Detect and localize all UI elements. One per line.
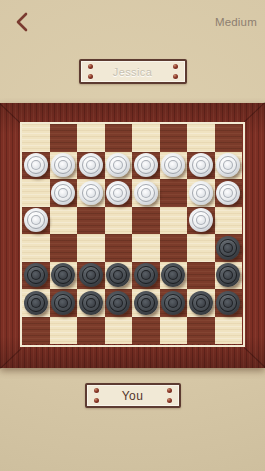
square-c1[interactable] [77, 317, 105, 345]
square-a1[interactable] [22, 317, 50, 345]
white-piece[interactable] [79, 153, 103, 177]
white-piece[interactable] [216, 181, 240, 205]
square-c6[interactable] [77, 179, 105, 207]
square-h5[interactable] [215, 207, 243, 235]
black-piece[interactable] [51, 291, 75, 315]
rivet-icon [94, 398, 99, 403]
square-a4[interactable] [22, 234, 50, 262]
square-e2[interactable] [132, 289, 160, 317]
black-piece[interactable] [216, 263, 240, 287]
square-c3[interactable] [77, 262, 105, 290]
square-c2[interactable] [77, 289, 105, 317]
black-piece[interactable] [24, 263, 48, 287]
square-d7[interactable] [105, 152, 133, 180]
chevron-left-icon [16, 12, 28, 32]
white-piece[interactable] [79, 181, 103, 205]
square-f3[interactable] [160, 262, 188, 290]
square-g6[interactable] [187, 179, 215, 207]
board-play-area [20, 122, 245, 347]
white-piece[interactable] [134, 181, 158, 205]
white-piece[interactable] [24, 153, 48, 177]
black-piece[interactable] [79, 291, 103, 315]
white-piece[interactable] [189, 153, 213, 177]
square-g2[interactable] [187, 289, 215, 317]
square-e6[interactable] [132, 179, 160, 207]
square-c7[interactable] [77, 152, 105, 180]
rivet-icon [167, 398, 172, 403]
square-d2[interactable] [105, 289, 133, 317]
black-piece[interactable] [189, 291, 213, 315]
black-piece[interactable] [24, 291, 48, 315]
square-h1[interactable] [215, 317, 243, 345]
square-b6[interactable] [50, 179, 78, 207]
white-piece[interactable] [161, 153, 185, 177]
square-e5[interactable] [132, 207, 160, 235]
square-b3[interactable] [50, 262, 78, 290]
frame-miter-seam [0, 103, 21, 124]
square-h8[interactable] [215, 124, 243, 152]
square-d4[interactable] [105, 234, 133, 262]
white-piece[interactable] [24, 208, 48, 232]
square-e7[interactable] [132, 152, 160, 180]
board [0, 103, 265, 368]
opponent-nameplate: Jessica [79, 59, 187, 84]
square-b2[interactable] [50, 289, 78, 317]
rivet-icon [167, 388, 172, 393]
black-piece[interactable] [51, 263, 75, 287]
square-h6[interactable] [215, 179, 243, 207]
square-a2[interactable] [22, 289, 50, 317]
opponent-name: Jessica [113, 66, 152, 78]
square-d6[interactable] [105, 179, 133, 207]
user-nameplate: You [85, 383, 181, 408]
square-g4[interactable] [187, 234, 215, 262]
white-piece[interactable] [216, 153, 240, 177]
square-f2[interactable] [160, 289, 188, 317]
square-h3[interactable] [215, 262, 243, 290]
rivet-icon [173, 64, 178, 69]
square-f5[interactable] [160, 207, 188, 235]
square-a6[interactable] [22, 179, 50, 207]
black-piece[interactable] [216, 291, 240, 315]
header: Medium [0, 0, 265, 40]
black-piece[interactable] [79, 263, 103, 287]
rivet-icon [88, 64, 93, 69]
white-piece[interactable] [106, 153, 130, 177]
square-b1[interactable] [50, 317, 78, 345]
square-a3[interactable] [22, 262, 50, 290]
square-b5[interactable] [50, 207, 78, 235]
square-e1[interactable] [132, 317, 160, 345]
square-d5[interactable] [105, 207, 133, 235]
square-e4[interactable] [132, 234, 160, 262]
black-piece[interactable] [216, 236, 240, 260]
square-f6[interactable] [160, 179, 188, 207]
square-h4[interactable] [215, 234, 243, 262]
square-d1[interactable] [105, 317, 133, 345]
difficulty-label: Medium [215, 16, 257, 28]
frame-miter-seam [243, 102, 265, 123]
square-h2[interactable] [215, 289, 243, 317]
square-b8[interactable] [50, 124, 78, 152]
square-h7[interactable] [215, 152, 243, 180]
rivet-icon [88, 74, 93, 79]
square-g3[interactable] [187, 262, 215, 290]
black-piece[interactable] [134, 263, 158, 287]
white-piece[interactable] [106, 181, 130, 205]
square-g1[interactable] [187, 317, 215, 345]
square-e8[interactable] [132, 124, 160, 152]
square-f4[interactable] [160, 234, 188, 262]
user-name: You [122, 389, 143, 403]
frame-miter-seam [244, 347, 265, 368]
black-piece[interactable] [161, 291, 185, 315]
square-c4[interactable] [77, 234, 105, 262]
rivet-icon [94, 388, 99, 393]
board-frame [0, 103, 265, 368]
white-piece[interactable] [51, 181, 75, 205]
square-f1[interactable] [160, 317, 188, 345]
back-button[interactable] [12, 12, 32, 32]
black-piece[interactable] [106, 263, 130, 287]
square-f7[interactable] [160, 152, 188, 180]
square-c8[interactable] [77, 124, 105, 152]
black-piece[interactable] [106, 291, 130, 315]
black-piece[interactable] [161, 263, 185, 287]
square-f8[interactable] [160, 124, 188, 152]
square-a5[interactable] [22, 207, 50, 235]
square-b7[interactable] [50, 152, 78, 180]
rivet-icon [173, 74, 178, 79]
square-d3[interactable] [105, 262, 133, 290]
square-a8[interactable] [22, 124, 50, 152]
white-piece[interactable] [189, 208, 213, 232]
square-g7[interactable] [187, 152, 215, 180]
board-grid [22, 124, 243, 344]
square-b4[interactable] [50, 234, 78, 262]
square-g5[interactable] [187, 207, 215, 235]
frame-miter-seam [0, 348, 22, 369]
white-piece[interactable] [189, 181, 213, 205]
square-d8[interactable] [105, 124, 133, 152]
square-c5[interactable] [77, 207, 105, 235]
white-piece[interactable] [51, 153, 75, 177]
game-screen: Medium Jessica You [0, 0, 265, 471]
square-e3[interactable] [132, 262, 160, 290]
square-g8[interactable] [187, 124, 215, 152]
white-piece[interactable] [134, 153, 158, 177]
square-a7[interactable] [22, 152, 50, 180]
black-piece[interactable] [134, 291, 158, 315]
